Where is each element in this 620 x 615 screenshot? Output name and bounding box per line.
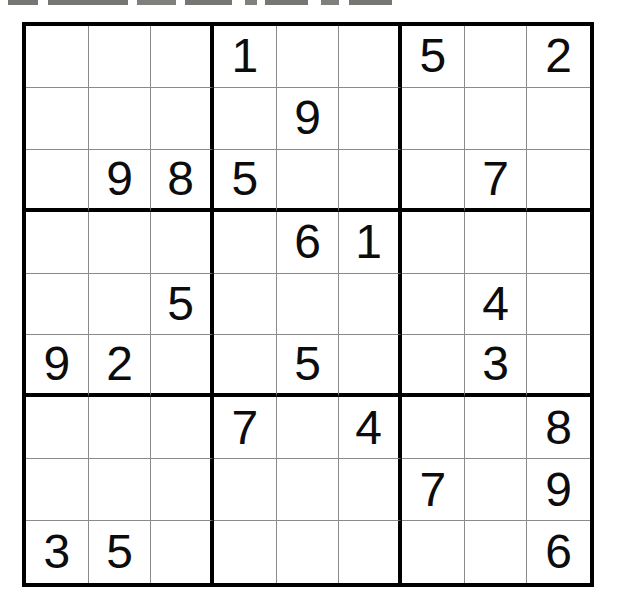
cell-r1c3[interactable] (151, 26, 214, 88)
cell-r9c1[interactable]: 3 (26, 521, 89, 583)
cell-r5c7[interactable] (402, 274, 465, 336)
cell-r7c3[interactable] (151, 397, 214, 459)
cell-r7c8[interactable] (465, 397, 528, 459)
cell-r1c1[interactable] (26, 26, 89, 88)
cell-r3c6[interactable] (339, 150, 402, 212)
cell-r7c6[interactable]: 4 (339, 397, 402, 459)
cell-r8c5[interactable] (277, 459, 340, 521)
cell-r7c1[interactable] (26, 397, 89, 459)
cell-r5c2[interactable] (89, 274, 152, 336)
cell-r2c8[interactable] (465, 88, 528, 150)
cell-r4c1[interactable] (26, 212, 89, 274)
cell-r7c5[interactable] (277, 397, 340, 459)
cell-r1c5[interactable] (277, 26, 340, 88)
cell-r3c9[interactable] (527, 150, 590, 212)
cell-r6c6[interactable] (339, 335, 402, 397)
cell-r9c7[interactable] (402, 521, 465, 583)
cell-r1c2[interactable] (89, 26, 152, 88)
cell-r7c9[interactable]: 8 (527, 397, 590, 459)
cell-r1c6[interactable] (339, 26, 402, 88)
cell-r4c8[interactable] (465, 212, 528, 274)
cell-r4c3[interactable] (151, 212, 214, 274)
cell-r9c8[interactable] (465, 521, 528, 583)
cell-r3c3[interactable]: 8 (151, 150, 214, 212)
cell-r6c1[interactable]: 9 (26, 335, 89, 397)
cell-r8c9[interactable]: 9 (527, 459, 590, 521)
cell-r8c4[interactable] (214, 459, 277, 521)
cell-r1c9[interactable]: 2 (527, 26, 590, 88)
cell-r6c9[interactable] (527, 335, 590, 397)
cell-r9c6[interactable] (339, 521, 402, 583)
cell-r3c4[interactable]: 5 (214, 150, 277, 212)
cell-r4c2[interactable] (89, 212, 152, 274)
cell-r5c8[interactable]: 4 (465, 274, 528, 336)
cell-r5c6[interactable] (339, 274, 402, 336)
cell-r7c2[interactable] (89, 397, 152, 459)
cell-r4c7[interactable] (402, 212, 465, 274)
cell-r9c2[interactable]: 5 (89, 521, 152, 583)
cell-r9c9[interactable]: 6 (527, 521, 590, 583)
cell-r9c4[interactable] (214, 521, 277, 583)
cell-r8c6[interactable] (339, 459, 402, 521)
cell-r5c4[interactable] (214, 274, 277, 336)
cell-r5c5[interactable] (277, 274, 340, 336)
cell-r7c4[interactable]: 7 (214, 397, 277, 459)
cell-r1c4[interactable]: 1 (214, 26, 277, 88)
cell-r6c2[interactable]: 2 (89, 335, 152, 397)
cell-r8c2[interactable] (89, 459, 152, 521)
cell-r2c5[interactable]: 9 (277, 88, 340, 150)
cell-r4c6[interactable]: 1 (339, 212, 402, 274)
cell-r4c4[interactable] (214, 212, 277, 274)
cell-r6c4[interactable] (214, 335, 277, 397)
cell-r8c3[interactable] (151, 459, 214, 521)
cell-r3c1[interactable] (26, 150, 89, 212)
cell-r6c5[interactable]: 5 (277, 335, 340, 397)
cropped-title-text-remnant (8, 0, 394, 5)
cell-r4c9[interactable] (527, 212, 590, 274)
cell-r2c4[interactable] (214, 88, 277, 150)
sudoku-board: 152998576154925374879356 (22, 22, 594, 587)
cell-r9c3[interactable] (151, 521, 214, 583)
cell-r5c9[interactable] (527, 274, 590, 336)
cell-r3c8[interactable]: 7 (465, 150, 528, 212)
cell-r3c5[interactable] (277, 150, 340, 212)
cell-r2c2[interactable] (89, 88, 152, 150)
cell-r1c7[interactable]: 5 (402, 26, 465, 88)
cell-r6c7[interactable] (402, 335, 465, 397)
cell-r3c2[interactable]: 9 (89, 150, 152, 212)
cell-r2c7[interactable] (402, 88, 465, 150)
cell-r1c8[interactable] (465, 26, 528, 88)
cell-r6c3[interactable] (151, 335, 214, 397)
cell-r2c6[interactable] (339, 88, 402, 150)
cell-r2c9[interactable] (527, 88, 590, 150)
cell-r4c5[interactable]: 6 (277, 212, 340, 274)
cell-r2c1[interactable] (26, 88, 89, 150)
cell-r3c7[interactable] (402, 150, 465, 212)
cell-r8c7[interactable]: 7 (402, 459, 465, 521)
cell-r7c7[interactable] (402, 397, 465, 459)
cell-r5c3[interactable]: 5 (151, 274, 214, 336)
cell-r2c3[interactable] (151, 88, 214, 150)
cell-r9c5[interactable] (277, 521, 340, 583)
cell-r8c8[interactable] (465, 459, 528, 521)
cell-r8c1[interactable] (26, 459, 89, 521)
cell-r5c1[interactable] (26, 274, 89, 336)
cell-r6c8[interactable]: 3 (465, 335, 528, 397)
